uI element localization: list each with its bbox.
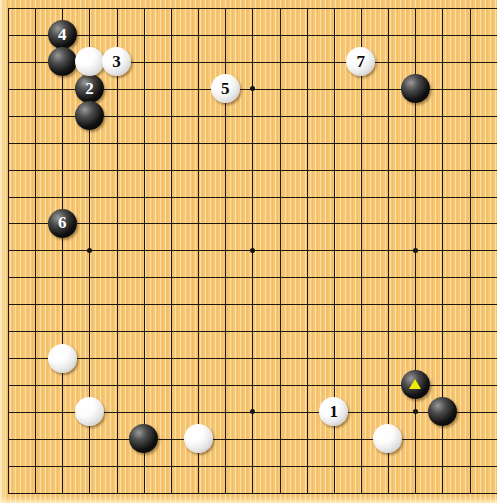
move-number-label: 2 (85, 80, 94, 98)
star-point (413, 248, 418, 253)
star-point (250, 409, 255, 414)
board-grid: 4263571 (0, 0, 497, 503)
black-stone-C11: 6 (48, 209, 77, 238)
white-stone-H3 (184, 424, 213, 453)
move-number-label: 3 (112, 53, 121, 71)
white-stone-D17 (75, 47, 104, 76)
black-stone-Q5 (401, 370, 430, 399)
black-stone-D15 (75, 101, 104, 130)
move-number-label: 1 (329, 403, 338, 421)
black-stone-R4 (428, 397, 457, 426)
star-point (413, 409, 418, 414)
star-point (250, 86, 255, 91)
white-stone-C6 (48, 344, 77, 373)
triangle-marker-icon (409, 379, 421, 389)
move-number-label: 5 (221, 80, 230, 98)
white-stone-O17: 7 (346, 47, 375, 76)
move-number-label: 7 (357, 53, 366, 71)
star-point (87, 248, 92, 253)
black-stone-C18: 4 (48, 20, 77, 49)
white-stone-J16: 5 (211, 74, 240, 103)
white-stone-P3 (373, 424, 402, 453)
white-stone-E17: 3 (102, 47, 131, 76)
white-stone-D4 (75, 397, 104, 426)
go-board[interactable]: 4263571 (0, 0, 497, 503)
black-stone-F3 (129, 424, 158, 453)
move-number-label: 6 (58, 214, 67, 232)
star-point (250, 248, 255, 253)
black-stone-D16: 2 (75, 74, 104, 103)
move-number-label: 4 (58, 26, 67, 44)
black-stone-Q16 (401, 74, 430, 103)
white-stone-N4: 1 (319, 397, 348, 426)
black-stone-C17 (48, 47, 77, 76)
